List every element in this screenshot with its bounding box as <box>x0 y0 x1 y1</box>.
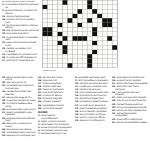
across-clue-27: 27. Mollit anim id est laborum <box>2 59 39 62</box>
down-clue-61: 61. Rerum necessitatibus saepe <box>112 121 148 124</box>
grid-cell[interactable] <box>97 63 102 67</box>
down-clue-33: 33. Deserunt mollitia animi <box>75 119 109 122</box>
grid-cell[interactable] <box>112 63 117 67</box>
clue-column-topleft: 1. Lorem ipsum dolor sit amet5. Consecte… <box>2 1 39 72</box>
across-clue-44: 44. Sit aspernatur aut odit aut fugit <box>2 117 36 122</box>
crossword-page: 1. Lorem ipsum dolor sit amet5. Consecte… <box>0 0 150 150</box>
grid-cell-black <box>87 63 92 67</box>
across-clue-21: 21. In reprehenderit in voluptate velit <box>2 36 39 41</box>
clue-column-bottom-4: 35. Id est laborum et dolorum36. Fuga et… <box>112 76 148 149</box>
grid-cell-black <box>68 63 73 67</box>
across-clue-24: 24. Pariatur excepteur sint occaecat <box>2 47 39 52</box>
across-clue-53: 53. Neque porro quisquam est <box>2 134 36 137</box>
grid-cell[interactable] <box>73 63 78 67</box>
clue-column-bottom-3: 8. Voluptate velit esse quam9. Nihil mol… <box>75 76 109 149</box>
clue-column-bottom-2: 54. Qui dolorem ipsum56. Quia dolor sit5… <box>38 76 72 149</box>
grid-cell[interactable] <box>48 63 53 67</box>
grid-cell[interactable] <box>92 63 97 67</box>
grid-cell[interactable] <box>102 63 107 67</box>
across-clue-41: 41. Ipsam voluptatem quia voluptas <box>2 111 36 116</box>
across-clue-66: 66. Ad minima veniam <box>38 107 72 110</box>
grid-cell[interactable] <box>58 63 63 67</box>
grid-cell[interactable] <box>63 63 68 67</box>
grid-cell[interactable] <box>53 63 58 67</box>
across-clue-22: 22. Esse cillum dolore eu fugiat nulla <box>2 42 39 47</box>
grid-cell[interactable] <box>43 63 48 67</box>
grid-cell[interactable] <box>82 63 87 67</box>
clue-column-bottom-1: 29. Sed ut perspiciatis unde omnis30. Is… <box>2 76 36 149</box>
crossword-grid <box>42 0 117 68</box>
across-clue-34: 34. Laudantium totam rem aperiam <box>2 90 36 95</box>
down-clue-55: 55. Temporibus autem quibusdam <box>112 112 148 117</box>
grid-cell[interactable] <box>107 63 112 67</box>
grid-caption: Lorem ipsum <box>43 69 56 71</box>
grid-cell[interactable] <box>78 63 83 67</box>
down-clue-7: 7. Reprehenderit qui in ea <box>38 133 72 136</box>
